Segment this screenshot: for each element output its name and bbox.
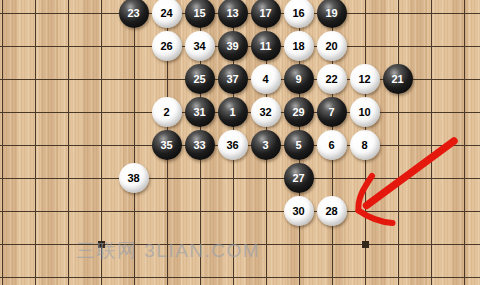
- stone-white-4[interactable]: 4: [251, 64, 281, 94]
- stone-black-17[interactable]: 17: [251, 0, 281, 28]
- stone-black-31[interactable]: 31: [185, 97, 215, 127]
- grid-hline: [0, 277, 480, 278]
- grid-vline: [464, 0, 465, 285]
- stone-black-21[interactable]: 21: [383, 64, 413, 94]
- go-board[interactable]: 三联网 3LIAN.COM 12345678910111213151617181…: [0, 0, 480, 285]
- stone-black-1[interactable]: 1: [218, 97, 248, 127]
- stone-black-35[interactable]: 35: [152, 130, 182, 160]
- stone-white-10[interactable]: 10: [350, 97, 380, 127]
- star-point: [98, 241, 105, 248]
- grid-vline: [398, 0, 399, 285]
- stone-black-11[interactable]: 11: [251, 31, 281, 61]
- stone-white-22[interactable]: 22: [317, 64, 347, 94]
- stone-black-19[interactable]: 19: [317, 0, 347, 28]
- stone-black-7[interactable]: 7: [317, 97, 347, 127]
- stone-black-23[interactable]: 23: [119, 0, 149, 28]
- stone-black-15[interactable]: 15: [185, 0, 215, 28]
- star-point: [362, 241, 369, 248]
- grid-vline: [35, 0, 36, 285]
- stone-black-29[interactable]: 29: [284, 97, 314, 127]
- grid-vline: [134, 0, 135, 285]
- stone-black-3[interactable]: 3: [251, 130, 281, 160]
- stone-white-8[interactable]: 8: [350, 130, 380, 160]
- stone-white-28[interactable]: 28: [317, 196, 347, 226]
- stone-black-27[interactable]: 27: [284, 163, 314, 193]
- stone-white-26[interactable]: 26: [152, 31, 182, 61]
- grid-hline: [0, 244, 480, 245]
- stone-black-5[interactable]: 5: [284, 130, 314, 160]
- grid-vline: [68, 0, 69, 285]
- stone-white-30[interactable]: 30: [284, 196, 314, 226]
- stone-white-34[interactable]: 34: [185, 31, 215, 61]
- stone-white-20[interactable]: 20: [317, 31, 347, 61]
- stone-black-9[interactable]: 9: [284, 64, 314, 94]
- stone-white-24[interactable]: 24: [152, 0, 182, 28]
- stone-black-33[interactable]: 33: [185, 130, 215, 160]
- stone-black-37[interactable]: 37: [218, 64, 248, 94]
- grid-hline: [0, 178, 480, 179]
- stone-black-25[interactable]: 25: [185, 64, 215, 94]
- grid-vline: [431, 0, 432, 285]
- stone-white-12[interactable]: 12: [350, 64, 380, 94]
- stone-white-16[interactable]: 16: [284, 0, 314, 28]
- arrow-stroke: [367, 141, 455, 206]
- stone-white-38[interactable]: 38: [119, 163, 149, 193]
- grid-vline: [2, 0, 3, 285]
- stone-black-13[interactable]: 13: [218, 0, 248, 28]
- grid-hline: [0, 211, 480, 212]
- stone-black-39[interactable]: 39: [218, 31, 248, 61]
- stone-white-36[interactable]: 36: [218, 130, 248, 160]
- stone-white-6[interactable]: 6: [317, 130, 347, 160]
- stone-white-32[interactable]: 32: [251, 97, 281, 127]
- stone-white-2[interactable]: 2: [152, 97, 182, 127]
- stone-white-18[interactable]: 18: [284, 31, 314, 61]
